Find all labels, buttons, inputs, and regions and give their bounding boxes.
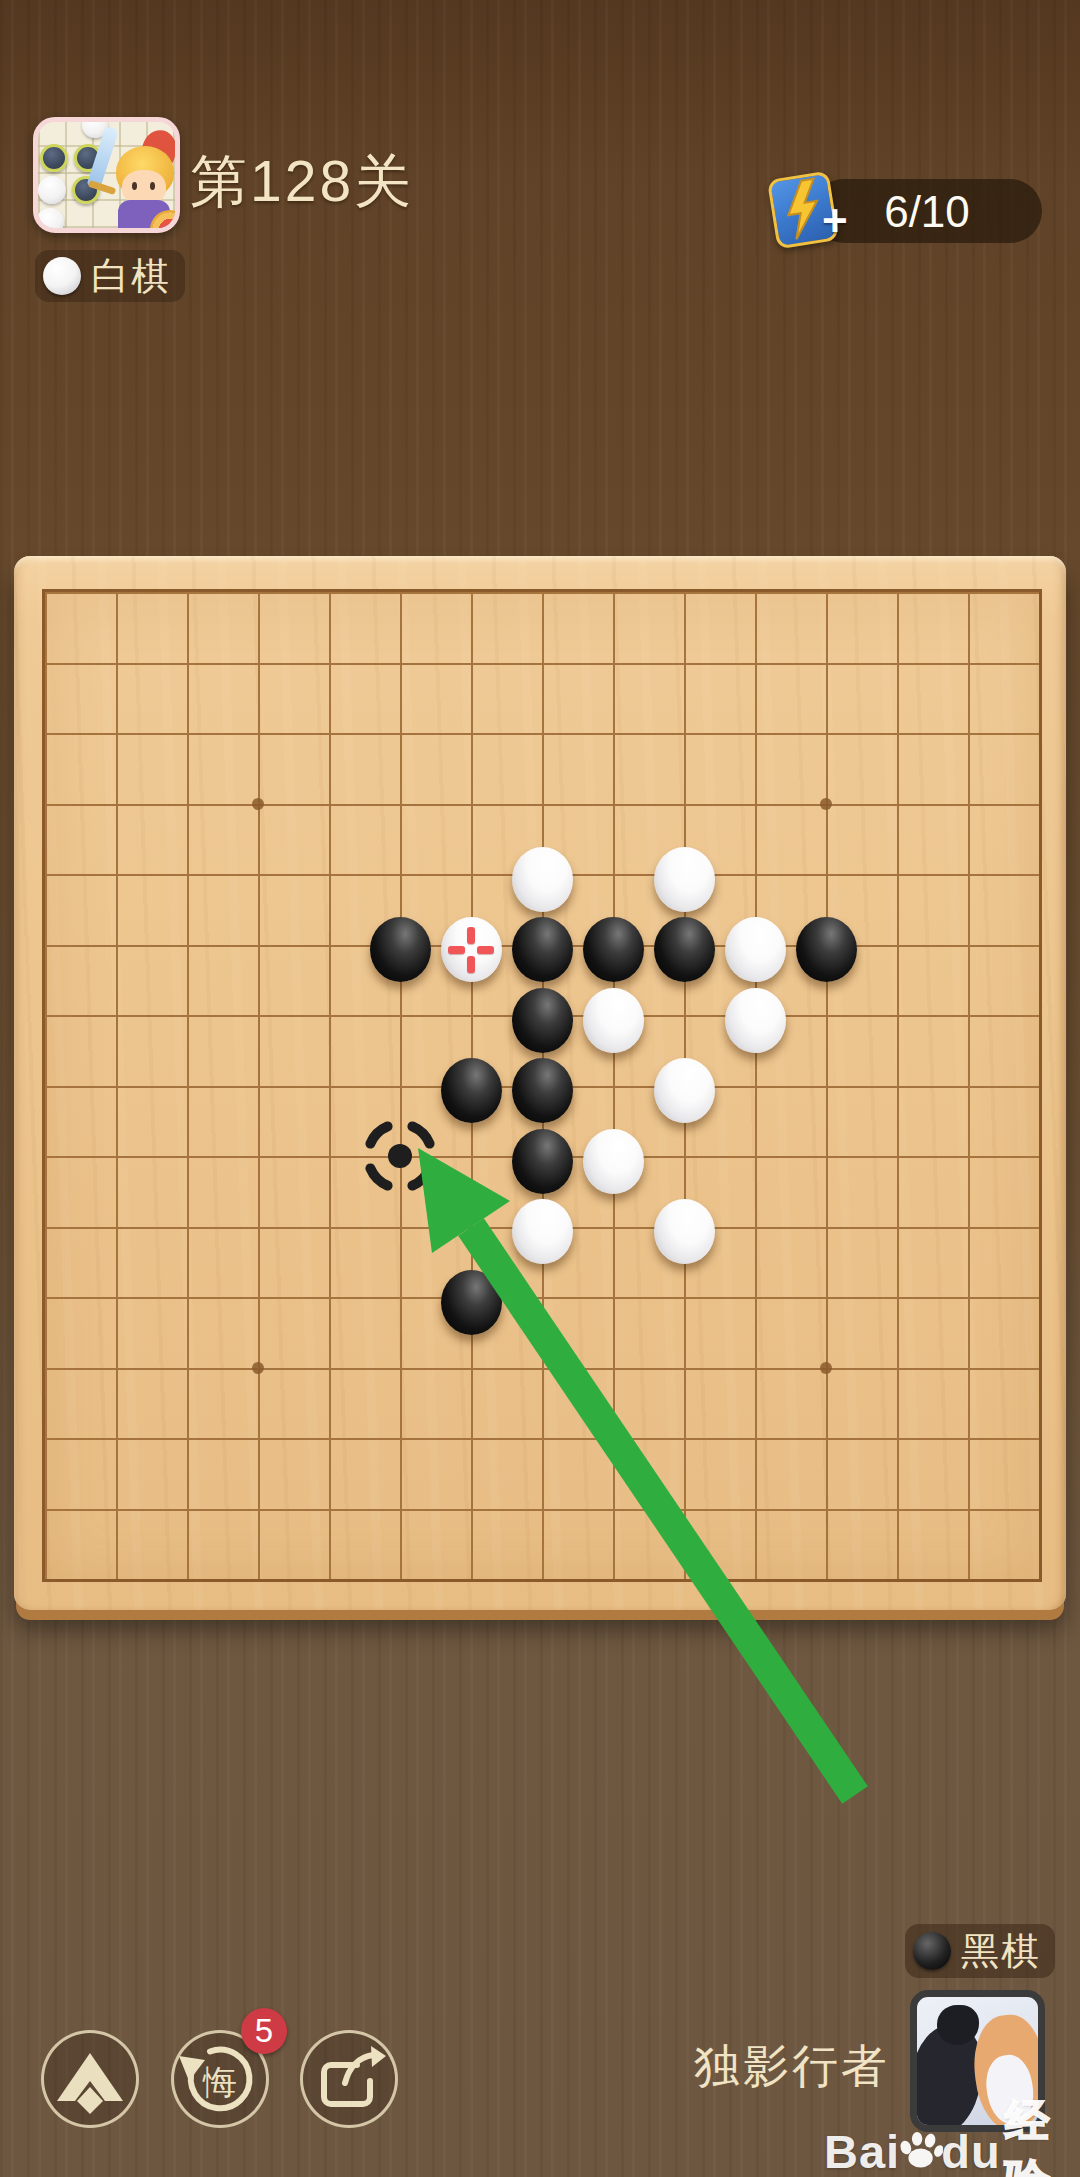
star-point bbox=[252, 1362, 264, 1374]
black-stone bbox=[512, 1129, 573, 1194]
last-move-cross-marker bbox=[448, 927, 494, 973]
black-stone bbox=[370, 917, 431, 982]
watermark-brand-suffix: du bbox=[941, 2124, 1000, 2177]
star-point bbox=[820, 798, 832, 810]
opponent-side-chip: 白棋 bbox=[35, 250, 185, 302]
black-stone bbox=[441, 1270, 502, 1335]
collapse-button[interactable] bbox=[41, 2030, 139, 2128]
black-stone bbox=[512, 988, 573, 1053]
level-title: 第128关 bbox=[190, 144, 414, 221]
black-stone bbox=[583, 917, 644, 982]
share-button[interactable] bbox=[300, 2030, 398, 2128]
watermark-brand-prefix: Bai bbox=[824, 2124, 900, 2177]
black-stone bbox=[441, 1058, 502, 1123]
player-name: 独影行者 bbox=[560, 2036, 890, 2098]
player-side-label: 黑棋 bbox=[961, 1926, 1041, 1977]
watermark-brand-cn: 经验 bbox=[1005, 2092, 1080, 2177]
lightning-bolt-icon bbox=[783, 179, 822, 240]
target-center-dot bbox=[388, 1144, 412, 1168]
gomoku-app-screen: 白棋 第128关 6/10 + bbox=[0, 0, 1080, 2177]
white-stone bbox=[725, 988, 786, 1053]
white-stone bbox=[654, 847, 715, 912]
opponent-side-label: 白棋 bbox=[91, 251, 171, 302]
player-side-chip: 黑棋 bbox=[905, 1924, 1055, 1978]
paw-icon bbox=[898, 2127, 943, 2175]
undo-glyph: 悔 bbox=[196, 2060, 244, 2106]
white-stone bbox=[725, 917, 786, 982]
black-stone bbox=[796, 917, 857, 982]
black-stone-icon bbox=[913, 1932, 951, 1970]
hint-target-marker[interactable] bbox=[355, 1111, 445, 1201]
level-avatar-art bbox=[38, 122, 175, 228]
star-point bbox=[252, 798, 264, 810]
white-stone-icon bbox=[43, 257, 81, 295]
undo-count-badge: 5 bbox=[241, 2008, 287, 2054]
white-stone bbox=[583, 988, 644, 1053]
black-stone bbox=[512, 917, 573, 982]
white-stone bbox=[512, 847, 573, 912]
energy-plus-icon: + bbox=[822, 196, 848, 246]
white-stone bbox=[583, 1129, 644, 1194]
watermark: Bai du 经验 jingyan.baidu.com bbox=[824, 2092, 1080, 2177]
star-point bbox=[820, 1362, 832, 1374]
white-stone bbox=[654, 1058, 715, 1123]
black-stone bbox=[654, 917, 715, 982]
black-stone bbox=[512, 1058, 573, 1123]
level-avatar-card bbox=[33, 117, 180, 233]
white-stone bbox=[654, 1199, 715, 1264]
white-stone bbox=[512, 1199, 573, 1264]
